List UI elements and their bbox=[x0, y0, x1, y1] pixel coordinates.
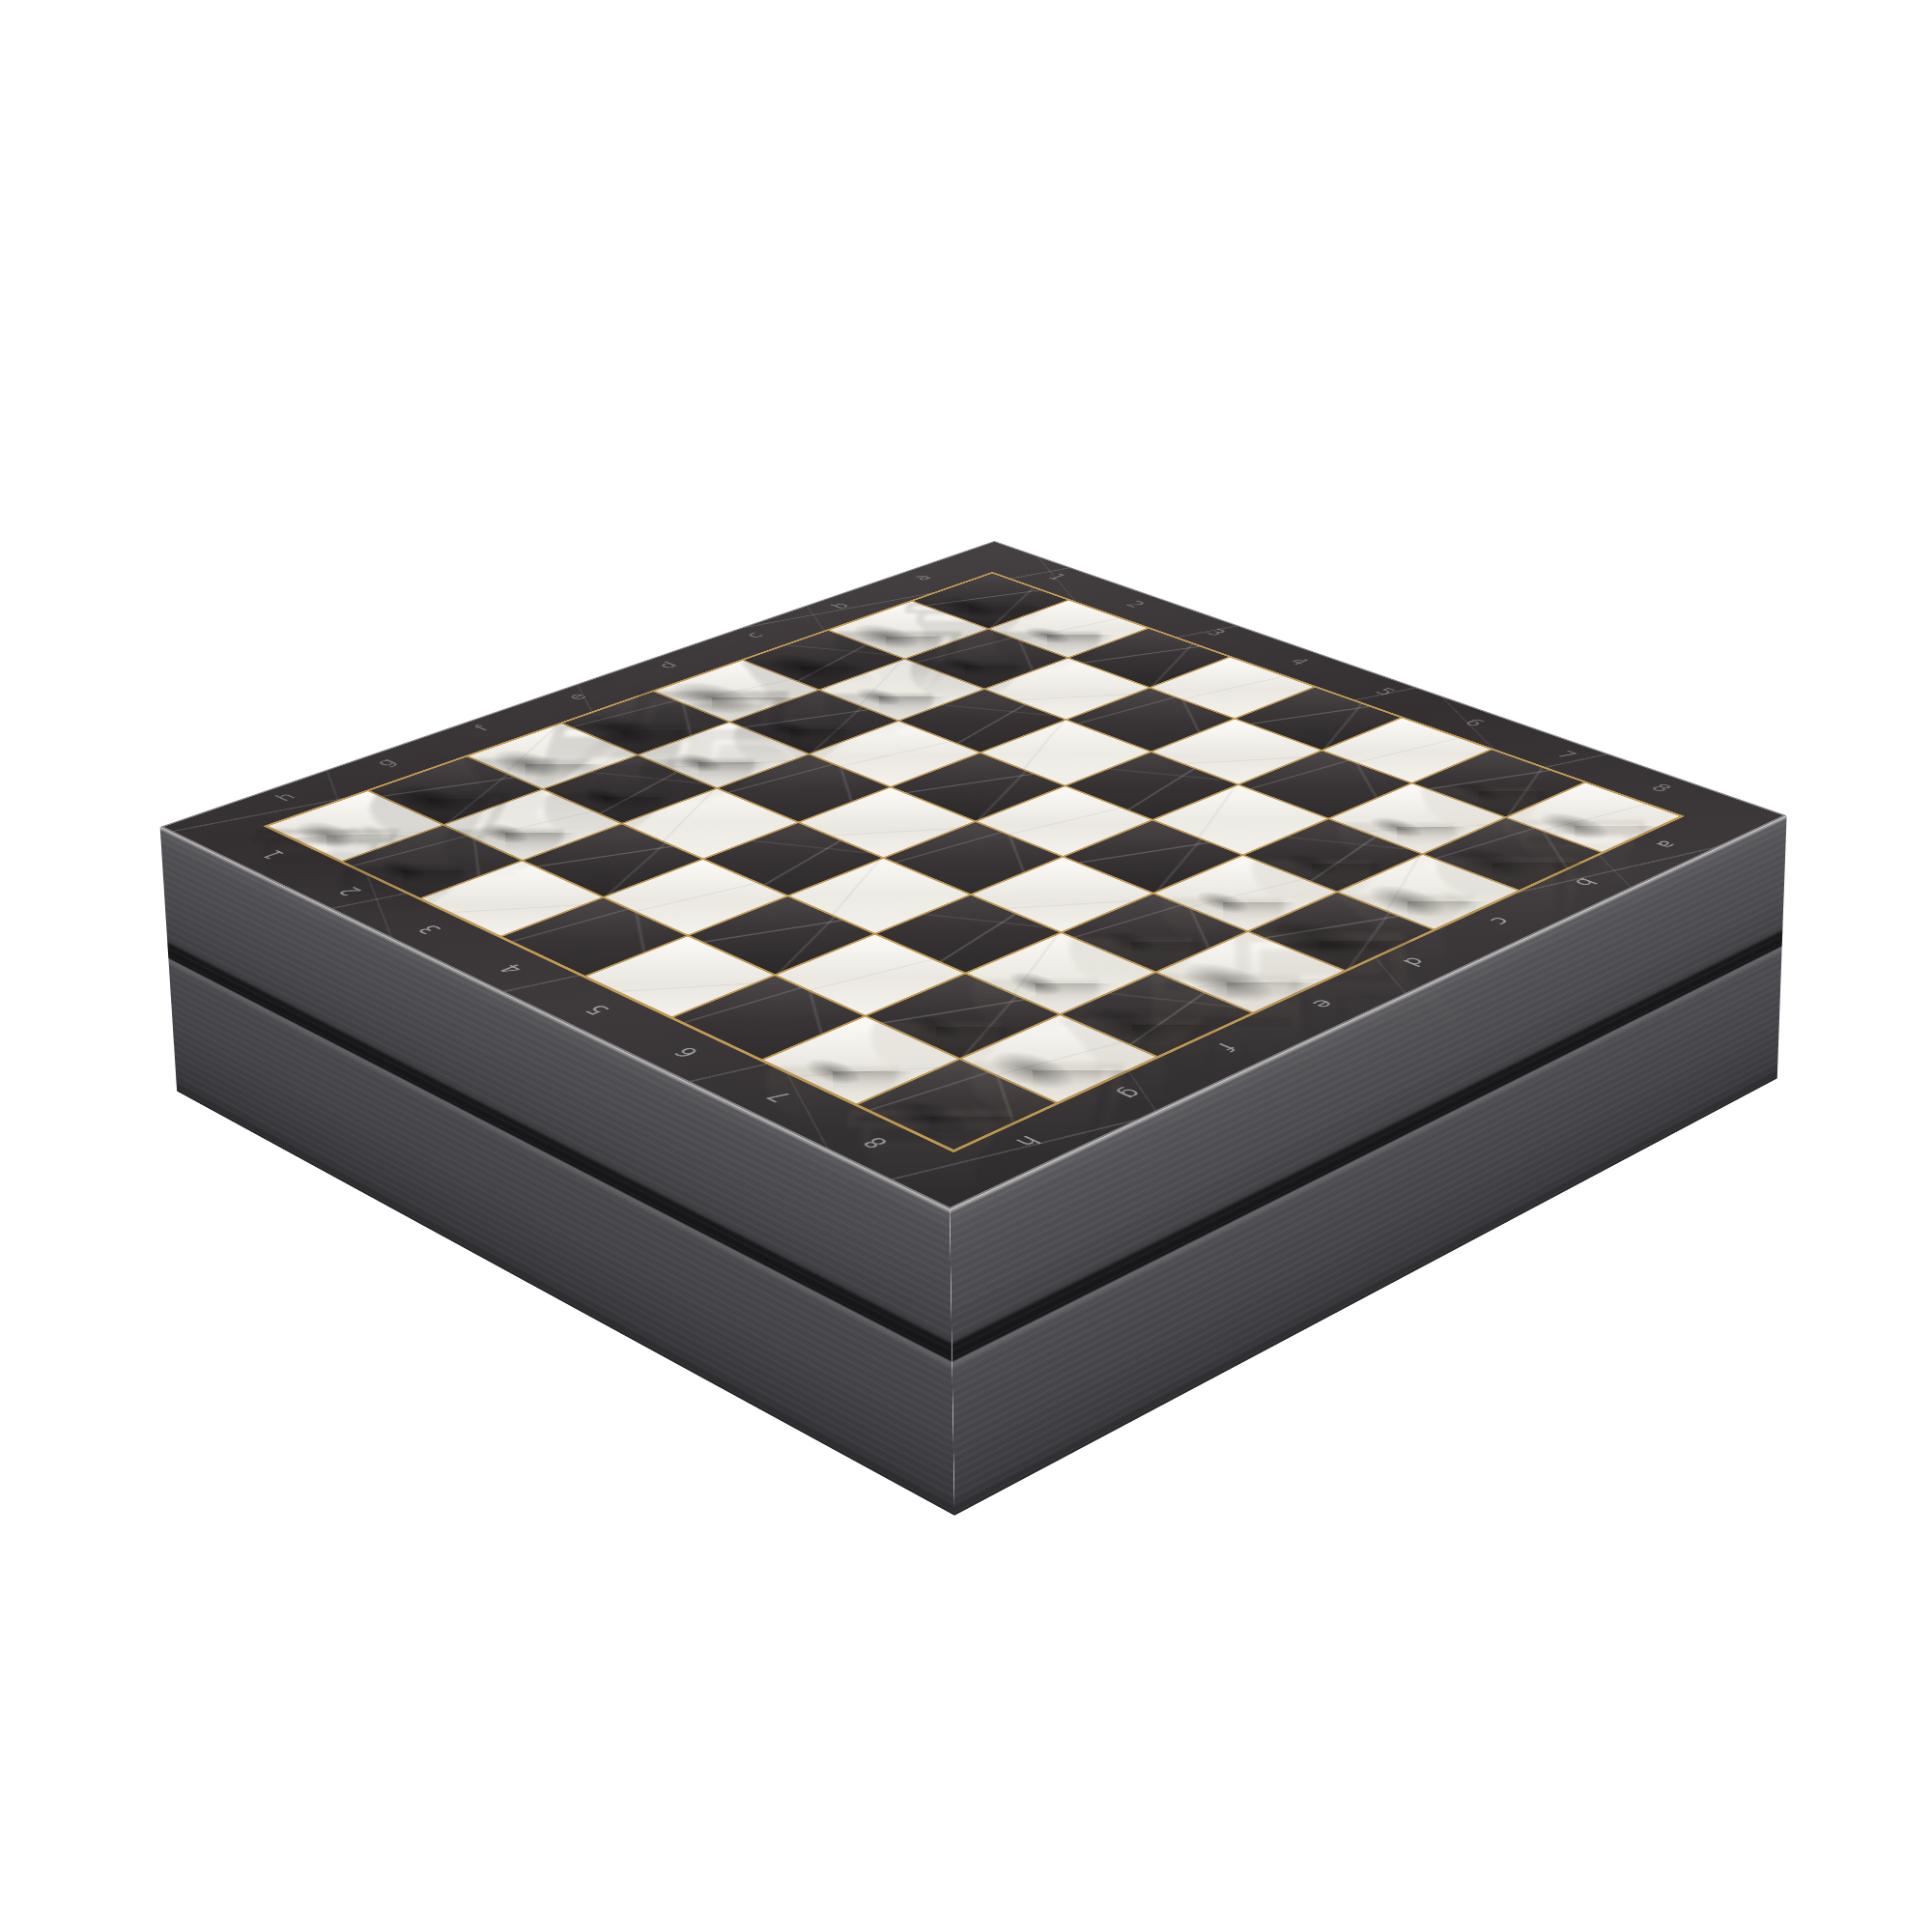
perspective-stage: 11aa22bb33cc44dd55ee66ff77gg88hh ♜♞♝♛♚♝♞… bbox=[0, 0, 1932, 1932]
black-pawn-glyph: ♟ bbox=[306, 687, 499, 902]
chess-box: 11aa22bb33cc44dd55ee66ff77gg88hh ♜♞♝♛♚♝♞… bbox=[160, 541, 1787, 1209]
product-photo: 11aa22bb33cc44dd55ee66ff77gg88hh ♜♞♝♛♚♝♞… bbox=[0, 0, 1932, 1932]
silver-rook-glyph: ♜ bbox=[789, 851, 1069, 1164]
